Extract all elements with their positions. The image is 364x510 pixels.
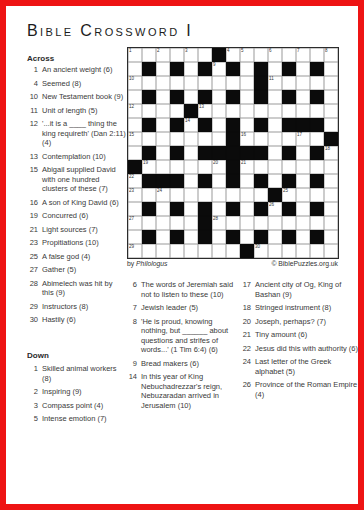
clue-number: 27 [26, 265, 38, 275]
grid-cell[interactable]: 15 [128, 132, 142, 146]
clue-number: 19 [26, 211, 38, 221]
grid-cell[interactable] [296, 160, 310, 174]
grid-cell-black [142, 62, 156, 76]
grid-cell[interactable] [310, 48, 324, 62]
clue-item: 30Hastily (6) [26, 315, 126, 325]
grid-cell[interactable] [226, 76, 240, 90]
cell-number: 10 [129, 76, 134, 81]
grid-cell[interactable] [226, 104, 240, 118]
grid-cell[interactable] [212, 90, 226, 104]
grid-cell[interactable] [240, 76, 254, 90]
grid-cell[interactable] [310, 76, 324, 90]
clue-item: 7Jewish leader (5) [126, 303, 238, 313]
clue-item: 28Abimelech was hit by this (9) [26, 279, 126, 298]
clue-item: 21Light sources (7) [26, 225, 126, 235]
grid-cell-black [254, 90, 268, 104]
grid-cell[interactable] [156, 62, 170, 76]
clue-number: 22 [240, 344, 251, 354]
clue-text: The words of Jeremiah said not to listen… [141, 280, 238, 299]
cell-number: 28 [213, 216, 218, 221]
grid-cell[interactable] [142, 48, 156, 62]
grid-cell[interactable] [212, 174, 226, 188]
grid-cell[interactable] [324, 202, 338, 216]
grid-cell[interactable] [156, 90, 170, 104]
clue-item: 27Gather (5) [26, 265, 126, 275]
grid-cell[interactable] [268, 62, 282, 76]
clue-text: A false god (4) [42, 252, 126, 262]
grid-cell-black [128, 160, 142, 174]
grid-cell[interactable]: 18 [324, 146, 338, 160]
clue-number: 24 [240, 357, 251, 376]
grid-cell[interactable] [184, 202, 198, 216]
grid-cell[interactable] [184, 62, 198, 76]
grid-cell[interactable] [296, 244, 310, 258]
cell-number: 1 [129, 48, 132, 53]
grid-cell[interactable]: 14 [184, 118, 198, 132]
grid-cell[interactable] [268, 146, 282, 160]
cell-number: 16 [241, 132, 246, 137]
grid-cell[interactable] [156, 216, 170, 230]
clue-text: Province of the Roman Empire (4) [255, 380, 358, 399]
grid-cell[interactable] [310, 216, 324, 230]
grid-cell-black [198, 216, 212, 230]
grid-cell[interactable] [268, 132, 282, 146]
grid-cell[interactable]: 7 [296, 48, 310, 62]
grid-cell[interactable] [282, 216, 296, 230]
grid-cell-black [310, 62, 324, 76]
clue-text: Compass point (4) [42, 401, 126, 411]
grid-cell[interactable]: 25 [282, 188, 296, 202]
clue-number: 18 [240, 303, 251, 313]
grid-cell-black [156, 174, 170, 188]
grid-cell[interactable] [296, 104, 310, 118]
grid-cell[interactable] [226, 244, 240, 258]
clue-text: Hastily (6) [42, 315, 126, 325]
grid-cell[interactable]: 30 [254, 244, 268, 258]
clue-number: 6 [126, 280, 137, 299]
grid-cell-black [310, 202, 324, 216]
cell-number: 24 [157, 188, 162, 193]
grid-cell[interactable] [240, 174, 254, 188]
grid-cell-black [198, 174, 212, 188]
clue-text: New Testament book (9) [42, 92, 126, 102]
grid-cell[interactable] [170, 188, 184, 202]
grid-cell[interactable] [226, 216, 240, 230]
clue-item: 23Propitiations (10) [26, 238, 126, 248]
grid-cell[interactable] [212, 118, 226, 132]
grid-cell[interactable] [184, 188, 198, 202]
grid-cell[interactable]: 23 [128, 188, 142, 202]
grid-cell-black [198, 202, 212, 216]
clue-item: 11Unit of length (5) [26, 106, 126, 116]
grid-cell[interactable] [212, 244, 226, 258]
cell-number: 22 [129, 174, 134, 179]
grid-cell[interactable] [240, 90, 254, 104]
down-header: Down [27, 351, 49, 360]
clue-item: 20Joseph, perhaps? (7) [240, 317, 358, 327]
grid-cell-black [268, 188, 282, 202]
grid-cell-black [142, 230, 156, 244]
grid-cell[interactable] [142, 104, 156, 118]
grid-cell[interactable]: 22 [128, 174, 142, 188]
clue-text: Ancient city of Og, King of Bashan (9) [255, 280, 358, 299]
grid-cell[interactable]: 28 [212, 216, 226, 230]
clue-text: Abigail supplied David with one hundred … [42, 165, 126, 194]
grid-cell[interactable] [212, 202, 226, 216]
grid-cell-black [296, 118, 310, 132]
grid-cell[interactable] [240, 188, 254, 202]
grid-cell[interactable]: 20 [212, 160, 226, 174]
grid-cell[interactable] [184, 216, 198, 230]
grid-cell[interactable] [156, 202, 170, 216]
grid-cell[interactable] [170, 132, 184, 146]
grid-cell-black [212, 48, 226, 62]
grid-cell[interactable] [184, 244, 198, 258]
grid-cell[interactable] [128, 146, 142, 160]
grid-cell[interactable] [240, 230, 254, 244]
grid-cell[interactable] [324, 62, 338, 76]
grid-cell[interactable] [324, 90, 338, 104]
grid-cell[interactable] [268, 244, 282, 258]
grid-cell[interactable]: 24 [156, 188, 170, 202]
grid-cell[interactable]: 16 [240, 132, 254, 146]
grid-cell[interactable] [282, 160, 296, 174]
clue-number: 15 [26, 165, 38, 194]
grid-cell[interactable] [240, 118, 254, 132]
grid-cell[interactable] [324, 104, 338, 118]
cell-number: 9 [213, 62, 216, 67]
grid-cell-black [310, 146, 324, 160]
clue-number: 20 [240, 317, 251, 327]
clue-text: Jesus did this with authority (6) [255, 344, 358, 354]
grid-cell[interactable] [282, 76, 296, 90]
grid-cell[interactable]: 29 [128, 244, 142, 258]
grid-cell[interactable] [156, 104, 170, 118]
grid-cell[interactable] [254, 132, 268, 146]
clue-item: 22Jesus did this with authority (6) [240, 344, 358, 354]
grid-cell[interactable]: 27 [128, 216, 142, 230]
grid-cell-black [254, 174, 268, 188]
cell-number: 30 [255, 244, 260, 249]
cell-number: 29 [129, 244, 134, 249]
clue-number: 16 [26, 198, 38, 208]
grid-cell[interactable] [268, 160, 282, 174]
grid-cell[interactable] [170, 216, 184, 230]
byline: by Philologus [127, 260, 167, 267]
clue-number: 21 [26, 225, 38, 235]
grid-cell[interactable] [268, 90, 282, 104]
grid-cell[interactable] [170, 48, 184, 62]
grid-cell[interactable] [170, 104, 184, 118]
grid-cell[interactable] [156, 118, 170, 132]
grid-cell-black [184, 104, 198, 118]
grid-cell[interactable] [212, 132, 226, 146]
grid-cell[interactable] [296, 62, 310, 76]
clue-item: 9Bread makers (6) [126, 359, 238, 369]
grid-cell[interactable] [254, 48, 268, 62]
grid-cell-black [142, 202, 156, 216]
cell-number: 15 [129, 132, 134, 137]
clue-item: 14In this year of King Nebuchadrezzar's … [126, 372, 238, 410]
clue-number: 23 [26, 238, 38, 248]
grid-cell[interactable] [198, 244, 212, 258]
clue-item: 5Intense emotion (7) [26, 414, 126, 424]
grid-cell[interactable] [324, 244, 338, 258]
grid-cell[interactable]: 4 [226, 48, 240, 62]
grid-cell[interactable] [254, 160, 268, 174]
grid-cell[interactable] [184, 90, 198, 104]
grid-cell[interactable] [310, 104, 324, 118]
grid-cell-black [310, 174, 324, 188]
clue-text: Light sources (7) [42, 225, 126, 235]
grid-cell[interactable]: 10 [128, 76, 142, 90]
grid-cell[interactable] [184, 160, 198, 174]
clue-number: 4 [26, 79, 38, 89]
grid-cell[interactable]: 11 [268, 76, 282, 90]
grid-cell[interactable] [254, 104, 268, 118]
grid-cell[interactable]: 26 [268, 202, 282, 216]
grid-cell-black [142, 90, 156, 104]
cell-number: 19 [143, 160, 148, 165]
grid-cell-black [310, 230, 324, 244]
clue-number: 14 [126, 372, 137, 410]
grid-cell[interactable] [296, 174, 310, 188]
grid-cell[interactable] [310, 188, 324, 202]
grid-cell[interactable] [212, 188, 226, 202]
grid-cell[interactable] [254, 188, 268, 202]
grid-cell[interactable] [156, 230, 170, 244]
grid-cell[interactable] [142, 132, 156, 146]
grid-cell[interactable] [240, 104, 254, 118]
grid-cell[interactable] [324, 118, 338, 132]
grid-cell[interactable]: 3 [184, 48, 198, 62]
grid-cell[interactable] [198, 132, 212, 146]
copyright: © BiblePuzzles.org.uk [271, 260, 338, 267]
clue-item: 4Seemed (8) [26, 79, 126, 89]
grid-cell[interactable] [282, 244, 296, 258]
grid-cell[interactable]: 8 [324, 48, 338, 62]
grid-cell[interactable]: 21 [240, 160, 254, 174]
cell-number: 26 [269, 202, 274, 207]
grid-cell[interactable] [156, 160, 170, 174]
clue-number: 1 [26, 65, 38, 75]
grid-cell[interactable] [212, 76, 226, 90]
grid-cell[interactable]: 19 [142, 160, 156, 174]
grid-cell[interactable] [268, 174, 282, 188]
grid-cell-black [310, 90, 324, 104]
grid-cell-black [142, 118, 156, 132]
grid-cell[interactable] [142, 216, 156, 230]
grid-cell[interactable] [254, 216, 268, 230]
cell-number: 11 [269, 76, 274, 81]
grid-cell[interactable] [142, 76, 156, 90]
page-title: Bible Crossword I [27, 22, 193, 40]
clue-item: 17Ancient city of Og, King of Bashan (9) [240, 280, 358, 299]
grid-cell[interactable]: 13 [198, 104, 212, 118]
clue-item: 10New Testament book (9) [26, 92, 126, 102]
grid-cell[interactable] [268, 216, 282, 230]
grid-cell[interactable] [296, 216, 310, 230]
grid-cell-black [310, 118, 324, 132]
grid-cell-black [142, 146, 156, 160]
grid-cell[interactable] [184, 146, 198, 160]
down-clue-list-col1: 1Skilled animal workers (8)2Inspiring (9… [26, 364, 126, 428]
clue-text: Abimelech was hit by this (9) [42, 279, 126, 298]
clue-text: An ancient weight (6) [42, 65, 126, 75]
clue-item: 24Last letter of the Greek alphabet (5) [240, 357, 358, 376]
grid-cell[interactable] [268, 230, 282, 244]
cell-number: 3 [185, 48, 188, 53]
grid-cell[interactable] [184, 230, 198, 244]
grid-cell[interactable] [282, 132, 296, 146]
grid-cell[interactable] [156, 244, 170, 258]
grid-cell[interactable] [198, 48, 212, 62]
clue-item: 1An ancient weight (6) [26, 65, 126, 75]
clue-text: Contemplation (10) [42, 152, 126, 162]
cell-number: 7 [297, 48, 300, 53]
puzzle-page: Bible Crossword I Across 1An ancient wei… [0, 0, 364, 510]
grid-cell[interactable] [240, 202, 254, 216]
grid-cell[interactable] [170, 76, 184, 90]
cell-number: 21 [241, 160, 246, 165]
grid-cell-black [282, 90, 296, 104]
clue-text: In this year of King Nebuchadrezzar's re… [141, 372, 238, 410]
grid-cell[interactable] [128, 230, 142, 244]
grid-cell[interactable] [142, 244, 156, 258]
grid-cell[interactable] [268, 118, 282, 132]
grid-cell[interactable] [282, 104, 296, 118]
grid-cell[interactable] [198, 76, 212, 90]
clue-item: 1Skilled animal workers (8) [26, 364, 126, 383]
grid-cell[interactable]: 9 [212, 62, 226, 76]
clue-text: Joseph, perhaps? (7) [255, 317, 358, 327]
grid-cell-black [212, 146, 226, 160]
grid-cell[interactable]: 17 [296, 132, 310, 146]
clue-text: A son of King David (6) [42, 198, 126, 208]
clue-text: Tiny amount (6) [255, 330, 358, 340]
clue-text: Seemed (8) [42, 79, 126, 89]
clue-item: 8'He is proud, knowing nothing, but ____… [126, 317, 238, 355]
cell-number: 17 [297, 132, 302, 137]
grid-cell[interactable] [296, 188, 310, 202]
clue-text: Jewish leader (5) [141, 303, 238, 313]
grid-cell[interactable] [128, 62, 142, 76]
grid-cell[interactable] [324, 76, 338, 90]
grid-cell[interactable] [296, 146, 310, 160]
grid-cell[interactable] [282, 48, 296, 62]
grid-cell-black [198, 118, 212, 132]
grid-cell-black [170, 62, 184, 76]
grid-cell[interactable] [198, 160, 212, 174]
grid-cell[interactable] [128, 202, 142, 216]
grid-cell[interactable]: 12 [128, 104, 142, 118]
grid-cell-black [254, 62, 268, 76]
grid-cell[interactable] [156, 132, 170, 146]
across-header: Across [27, 54, 54, 63]
cell-number: 12 [129, 104, 134, 109]
grid-cell[interactable] [240, 216, 254, 230]
grid-cell[interactable] [184, 132, 198, 146]
grid-cell-black [254, 146, 268, 160]
grid-cell[interactable] [184, 76, 198, 90]
across-clue-list: 1An ancient weight (6)4Seemed (8)10New T… [26, 65, 126, 329]
grid-cell[interactable] [156, 146, 170, 160]
grid-cell-black [198, 230, 212, 244]
down-clue-list-col2: 6The words of Jeremiah said not to liste… [126, 280, 238, 414]
grid-cell[interactable] [296, 230, 310, 244]
grid-cell[interactable] [156, 76, 170, 90]
grid-cell[interactable] [226, 188, 240, 202]
grid-cell[interactable] [212, 230, 226, 244]
grid-cell[interactable] [324, 216, 338, 230]
grid-cell[interactable] [296, 202, 310, 216]
clue-number: 26 [240, 380, 251, 399]
cell-number: 8 [325, 48, 328, 53]
grid-cell[interactable] [184, 174, 198, 188]
grid-cell[interactable] [170, 244, 184, 258]
grid-cell-black [198, 62, 212, 76]
cell-number: 14 [185, 118, 190, 123]
grid-cell-black [170, 202, 184, 216]
grid-cell[interactable] [296, 76, 310, 90]
grid-cell-black [324, 132, 338, 146]
clue-item: 6The words of Jeremiah said not to liste… [126, 280, 238, 299]
grid-cell[interactable] [296, 90, 310, 104]
clue-number: 5 [26, 414, 38, 424]
grid-cell[interactable]: 6 [268, 48, 282, 62]
author-name: Philologus [136, 260, 167, 267]
grid-cell-black [170, 118, 184, 132]
grid-cell[interactable] [324, 160, 338, 174]
grid-cell[interactable]: 5 [240, 48, 254, 62]
grid-cell[interactable] [128, 90, 142, 104]
grid-cell-black [254, 76, 268, 90]
grid-cell[interactable] [310, 244, 324, 258]
grid-cell[interactable]: 2 [156, 48, 170, 62]
grid-cell-black [170, 146, 184, 160]
grid-cell[interactable] [324, 174, 338, 188]
crossword-grid: 1234567891011121314151617181920212223242… [127, 47, 339, 259]
grid-cell[interactable] [128, 118, 142, 132]
grid-cell[interactable] [142, 188, 156, 202]
clue-item: 21Tiny amount (6) [240, 330, 358, 340]
clue-number: 3 [26, 401, 38, 411]
grid-cell-black [198, 146, 212, 160]
grid-cell[interactable] [212, 104, 226, 118]
cell-number: 18 [325, 146, 330, 151]
grid-cell-black [226, 62, 240, 76]
clue-text: Concurred (6) [42, 211, 126, 221]
grid-cell[interactable] [240, 62, 254, 76]
cell-number: 13 [199, 104, 204, 109]
grid-cell[interactable] [324, 230, 338, 244]
grid-cell[interactable]: 1 [128, 48, 142, 62]
cell-number: 23 [129, 188, 134, 193]
clue-text: Skilled animal workers (8) [42, 364, 126, 383]
grid-cell[interactable] [198, 188, 212, 202]
down-clue-list-col3: 17Ancient city of Og, King of Bashan (9)… [240, 280, 358, 403]
grid-cell[interactable] [310, 132, 324, 146]
clue-item: 18Stringed instrument (8) [240, 303, 358, 313]
grid-cell[interactable] [324, 188, 338, 202]
clue-text: Inspiring (9) [42, 387, 126, 397]
grid-cell[interactable] [310, 160, 324, 174]
cell-number: 6 [269, 48, 272, 53]
grid-cell-black [282, 62, 296, 76]
grid-cell[interactable] [170, 160, 184, 174]
cell-number: 25 [283, 188, 288, 193]
grid-cell[interactable] [268, 104, 282, 118]
